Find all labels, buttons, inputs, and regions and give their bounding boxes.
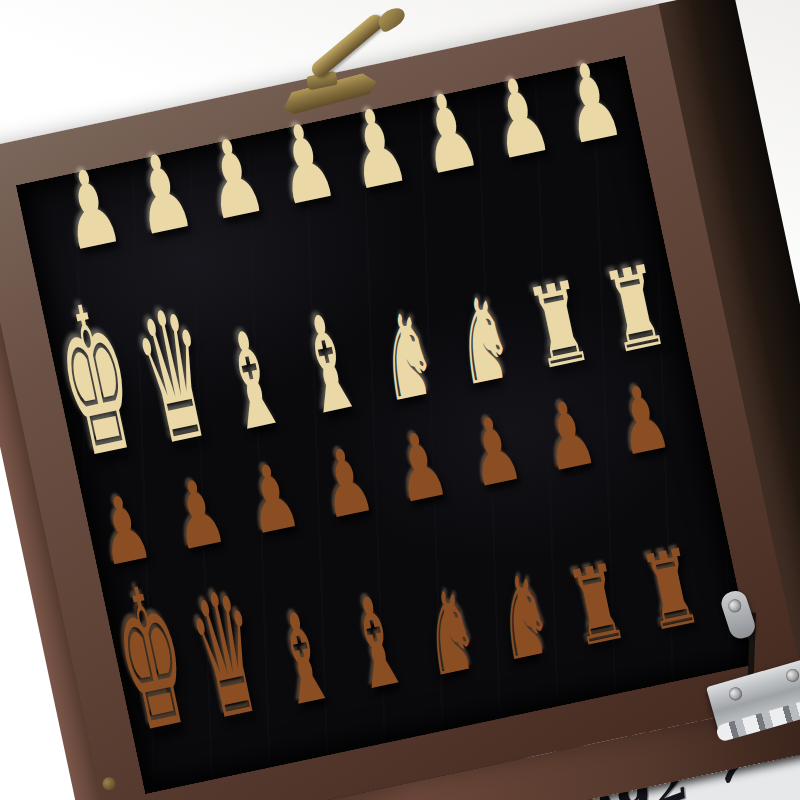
clasp-arm — [309, 11, 387, 80]
white-pawn: ♟ — [406, 76, 491, 192]
white-rook: ♜ — [592, 249, 679, 372]
screw-icon — [727, 598, 743, 614]
white-pawn: ♟ — [549, 45, 634, 161]
black-pawn: ♟ — [158, 464, 239, 566]
white-rook: ♜ — [516, 265, 603, 388]
black-bishop: ♝ — [260, 593, 345, 727]
black-pawn: ♟ — [454, 401, 535, 503]
black-pawn: ♟ — [306, 432, 387, 534]
white-knight: ♞ — [440, 278, 525, 404]
black-pawn: ♟ — [602, 369, 683, 471]
photo-frame: 992 ♟ ♟ ♟ ♟ ♟ ♟ ♟ ♟ — [0, 0, 800, 800]
clasp-hook — [375, 4, 408, 34]
white-pawn: ♟ — [478, 61, 563, 177]
black-pawn: ♟ — [232, 448, 313, 550]
chess-box: 992 ♟ ♟ ♟ ♟ ♟ ♟ ♟ ♟ — [0, 4, 800, 800]
black-knight: ♞ — [408, 573, 493, 695]
box-lid: ♟ ♟ ♟ ♟ ♟ ♟ ♟ ♟ ♚ ♛ ♝ ♝ ♞ ♞ ♜ ♜ — [0, 4, 800, 800]
black-pawn: ♟ — [528, 385, 609, 487]
white-bishop: ♝ — [285, 295, 372, 437]
black-rook: ♜ — [628, 532, 714, 648]
screw-icon — [101, 776, 116, 791]
white-pawn: ♟ — [49, 152, 134, 268]
felt-lining: ♟ ♟ ♟ ♟ ♟ ♟ ♟ ♟ ♚ ♛ ♝ ♝ ♞ ♞ ♜ ♜ — [16, 56, 754, 794]
black-knight: ♞ — [481, 557, 566, 679]
black-pawn: ♟ — [380, 417, 461, 519]
white-pawn: ♟ — [120, 137, 205, 253]
white-pawn: ♟ — [335, 91, 420, 207]
white-knight: ♞ — [364, 295, 449, 421]
screw-icon — [785, 667, 800, 683]
white-pawn: ♟ — [192, 121, 277, 237]
white-pawn: ♟ — [263, 106, 348, 222]
black-bishop: ♝ — [333, 577, 418, 711]
black-rook: ♜ — [555, 548, 641, 664]
white-bishop: ♝ — [209, 312, 296, 454]
screw-icon — [727, 686, 743, 702]
